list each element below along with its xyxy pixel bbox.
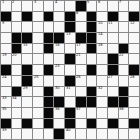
block-cell-10-4 [44, 108, 54, 118]
block-cell-10-6 [65, 108, 75, 118]
cell-6-5[interactable]: 23 [54, 65, 64, 75]
clue-number: 14 [98, 32, 103, 36]
cell-12-6[interactable]: 40 [65, 129, 75, 139]
block-cell-9-4 [44, 97, 54, 107]
clue-number: 5 [87, 0, 89, 4]
cell-9-6[interactable] [65, 97, 75, 107]
cell-6-11[interactable] [119, 65, 129, 75]
block-cell-7-2 [22, 76, 32, 86]
cell-10-10[interactable] [108, 108, 118, 118]
cell-3-11[interactable] [119, 33, 129, 43]
cell-8-6[interactable]: 31 [65, 87, 75, 97]
block-cell-3-1 [12, 33, 22, 43]
cell-12-11[interactable] [119, 129, 129, 139]
block-cell-6-0 [1, 65, 11, 75]
cell-7-8[interactable] [87, 76, 97, 86]
cell-7-3[interactable]: 25 [33, 76, 43, 86]
cell-3-12[interactable] [129, 33, 139, 43]
cell-12-1[interactable] [12, 129, 22, 139]
cell-8-10[interactable] [108, 87, 118, 97]
clue-number: 13 [66, 32, 71, 36]
cell-5-1[interactable]: 20 [12, 54, 22, 64]
block-cell-3-2 [22, 33, 32, 43]
block-cell-3-5 [54, 33, 64, 43]
block-cell-6-8 [87, 65, 97, 75]
cell-7-10[interactable]: 27 [108, 76, 118, 86]
clue-number: 11 [108, 21, 113, 25]
block-cell-4-8 [87, 44, 97, 54]
cell-5-0[interactable]: 19 [1, 54, 11, 64]
block-cell-8-11 [119, 87, 129, 97]
block-cell-3-7 [76, 33, 86, 43]
cell-9-3[interactable] [33, 97, 43, 107]
cell-6-9[interactable] [97, 65, 107, 75]
cell-2-7[interactable] [76, 22, 86, 32]
block-cell-7-6 [65, 76, 75, 86]
cell-10-8[interactable] [87, 108, 97, 118]
clue-number: 34 [12, 96, 17, 100]
cell-1-5[interactable] [54, 12, 64, 22]
cell-2-4[interactable] [44, 22, 54, 32]
cell-5-9[interactable] [97, 54, 107, 64]
clue-number: 32 [98, 86, 103, 90]
cell-7-9[interactable] [97, 76, 107, 86]
crossword-grid: 1234567891011121314151617181920212223242… [0, 0, 140, 140]
block-cell-9-5 [54, 97, 64, 107]
cell-0-12[interactable] [129, 1, 139, 11]
cell-5-8[interactable] [87, 54, 97, 64]
cell-0-10[interactable] [108, 1, 118, 11]
clue-number: 39 [2, 128, 7, 132]
cell-12-10[interactable] [108, 129, 118, 139]
cell-10-5[interactable]: 36 [54, 108, 64, 118]
cell-12-7[interactable] [76, 129, 86, 139]
cell-11-9[interactable] [97, 119, 107, 129]
block-cell-1-2 [22, 12, 32, 22]
cell-2-1[interactable] [12, 22, 22, 32]
clue-number: 2 [12, 0, 14, 4]
cell-8-9[interactable]: 32 [97, 87, 107, 97]
cell-12-0[interactable]: 39 [1, 129, 11, 139]
clue-number: 22 [119, 53, 124, 57]
clue-number: 30 [55, 86, 60, 90]
cell-2-10[interactable]: 11 [108, 22, 118, 32]
cell-8-7[interactable] [76, 87, 86, 97]
cell-7-11[interactable] [119, 76, 129, 86]
cell-3-6[interactable]: 13 [65, 33, 75, 43]
cell-8-2[interactable]: 29 [22, 87, 32, 97]
clue-number: 4 [55, 0, 57, 4]
cell-12-3[interactable] [33, 129, 43, 139]
clue-number: 10 [98, 21, 103, 25]
block-cell-12-5 [54, 129, 64, 139]
cell-1-1[interactable] [12, 12, 22, 22]
clue-number: 20 [12, 53, 17, 57]
cell-6-1[interactable] [12, 65, 22, 75]
cell-0-3[interactable]: 3 [33, 1, 43, 11]
clue-number: 29 [23, 86, 28, 90]
cell-2-0[interactable]: 9 [1, 22, 11, 32]
cell-11-11[interactable] [119, 119, 129, 129]
cell-1-3[interactable] [33, 12, 43, 22]
cell-10-0[interactable]: 35 [1, 108, 11, 118]
clue-number: 9 [2, 21, 4, 25]
block-cell-6-10 [108, 65, 118, 75]
block-cell-1-6 [65, 12, 75, 22]
clue-number: 23 [55, 64, 60, 68]
cell-4-5[interactable]: 16 [54, 44, 64, 54]
block-cell-3-4 [44, 33, 54, 43]
clue-number: 15 [23, 43, 28, 47]
clue-number: 17 [76, 43, 81, 47]
cell-5-4[interactable] [44, 54, 54, 64]
block-cell-11-4 [44, 119, 54, 129]
cell-8-12[interactable] [129, 87, 139, 97]
cell-4-3[interactable] [33, 44, 43, 54]
cell-10-1[interactable] [12, 108, 22, 118]
cell-0-11[interactable]: 7 [119, 1, 129, 11]
cell-12-12[interactable] [129, 129, 139, 139]
cell-6-6[interactable] [65, 65, 75, 75]
cell-8-3[interactable] [33, 87, 43, 97]
clue-number: 25 [34, 75, 39, 79]
cell-10-3[interactable] [33, 108, 43, 118]
block-cell-5-10 [108, 54, 118, 64]
cell-7-4[interactable] [44, 76, 54, 86]
cell-5-12[interactable] [129, 54, 139, 64]
clue-number: 6 [98, 0, 100, 4]
cell-6-3[interactable] [33, 65, 43, 75]
clue-number: 12 [130, 21, 135, 25]
clue-number: 7 [119, 0, 121, 4]
block-cell-3-8 [87, 33, 97, 43]
cell-6-7[interactable] [76, 65, 86, 75]
cell-12-4[interactable] [44, 129, 54, 139]
cell-3-10[interactable] [108, 33, 118, 43]
block-cell-4-4 [44, 44, 54, 54]
block-cell-11-2 [22, 119, 32, 129]
cell-10-12[interactable] [129, 108, 139, 118]
block-cell-8-4 [44, 87, 54, 97]
cell-0-0[interactable]: 1 [1, 1, 11, 11]
block-cell-6-12 [129, 65, 139, 75]
cell-11-3[interactable] [33, 119, 43, 129]
cell-12-2[interactable] [22, 129, 32, 139]
cell-3-9[interactable]: 14 [97, 33, 107, 43]
block-cell-9-7 [76, 97, 86, 107]
clue-number: 3 [34, 0, 36, 4]
clue-number: 8 [76, 11, 78, 15]
cell-0-1[interactable]: 2 [12, 1, 22, 11]
clue-number: 40 [66, 128, 71, 132]
clue-number: 37 [76, 107, 81, 111]
cell-4-6[interactable] [65, 44, 75, 54]
cell-2-5[interactable] [54, 22, 64, 32]
cell-1-7[interactable]: 8 [76, 12, 86, 22]
cell-7-5[interactable] [54, 76, 64, 86]
clue-number: 16 [55, 43, 60, 47]
block-cell-1-4 [44, 12, 54, 22]
cell-5-3[interactable] [33, 54, 43, 64]
cell-11-7[interactable] [76, 119, 86, 129]
block-cell-9-8 [87, 97, 97, 107]
cell-5-7[interactable]: 21 [76, 54, 86, 64]
block-cell-11-12 [129, 119, 139, 129]
block-cell-9-11 [119, 97, 129, 107]
cell-4-12[interactable] [129, 44, 139, 54]
clue-number: 28 [130, 75, 135, 79]
clue-number: 27 [108, 75, 113, 79]
clue-number: 33 [2, 96, 7, 100]
block-cell-8-8 [87, 87, 97, 97]
block-cell-5-6 [65, 54, 75, 64]
cell-0-9[interactable]: 6 [97, 1, 107, 11]
cell-9-9[interactable] [97, 97, 107, 107]
clue-number: 24 [2, 75, 7, 79]
cell-9-12[interactable] [129, 97, 139, 107]
cell-4-9[interactable]: 18 [97, 44, 107, 54]
cell-8-5[interactable]: 30 [54, 87, 64, 97]
cell-0-4[interactable] [44, 1, 54, 11]
cell-5-2[interactable] [22, 54, 32, 64]
cell-5-11[interactable]: 22 [119, 54, 129, 64]
clue-number: 18 [98, 43, 103, 47]
cell-4-2[interactable]: 15 [22, 44, 32, 54]
cell-10-9[interactable] [97, 108, 107, 118]
block-cell-6-4 [44, 65, 54, 75]
cell-10-11[interactable]: 38 [119, 108, 129, 118]
cell-7-12[interactable]: 28 [129, 76, 139, 86]
cell-11-1[interactable] [12, 119, 22, 129]
cell-0-8[interactable]: 5 [87, 1, 97, 11]
cell-9-0[interactable]: 33 [1, 97, 11, 107]
clue-number: 19 [2, 53, 7, 57]
block-cell-6-2 [22, 65, 32, 75]
cell-0-6[interactable] [65, 1, 75, 11]
block-cell-0-7 [76, 1, 86, 11]
cell-1-11[interactable] [119, 12, 129, 22]
cell-10-2[interactable] [22, 108, 32, 118]
cell-2-3[interactable] [33, 22, 43, 32]
block-cell-11-8 [87, 119, 97, 129]
cell-0-2[interactable] [22, 1, 32, 11]
clue-number: 36 [55, 107, 60, 111]
cell-9-2[interactable] [22, 97, 32, 107]
cell-12-8[interactable] [87, 129, 97, 139]
cell-2-11[interactable] [119, 22, 129, 32]
cell-2-2[interactable] [22, 22, 32, 32]
cell-3-3[interactable] [33, 33, 43, 43]
clue-number: 38 [119, 107, 124, 111]
cell-4-10[interactable] [108, 44, 118, 54]
clue-number: 1 [2, 0, 4, 4]
block-cell-11-10 [108, 119, 118, 129]
cell-10-7[interactable]: 37 [76, 108, 86, 118]
block-cell-2-8 [87, 22, 97, 32]
cell-9-1[interactable]: 34 [12, 97, 22, 107]
cell-3-0[interactable] [1, 33, 11, 43]
block-cell-9-10 [108, 97, 118, 107]
clue-number: 26 [76, 75, 81, 79]
cell-11-5[interactable] [54, 119, 64, 129]
clue-number: 35 [2, 107, 7, 111]
cell-7-7[interactable]: 26 [76, 76, 86, 86]
cell-12-9[interactable] [97, 129, 107, 139]
block-cell-1-8 [87, 12, 97, 22]
cell-0-5[interactable]: 4 [54, 1, 64, 11]
clue-number: 31 [66, 86, 71, 90]
clue-number: 21 [76, 53, 81, 57]
cell-7-1[interactable] [12, 76, 22, 86]
cell-2-12[interactable]: 12 [129, 22, 139, 32]
cell-7-0[interactable]: 24 [1, 76, 11, 86]
